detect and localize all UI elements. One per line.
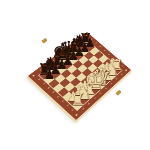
rank-label: 4: [107, 53, 111, 56]
file-label: b: [74, 42, 78, 45]
rank-label: 5: [103, 49, 107, 52]
corner-ornament: [126, 70, 127, 71]
product-photo-scene: aa88bb77cc66dd55ee44ff33gg22hh11 ♜♞♝♛♚♝♞…: [0, 0, 150, 150]
corner-ornament: [33, 75, 35, 76]
rank-label: 5: [51, 91, 55, 95]
rank-label: 7: [94, 42, 98, 45]
file-label: h: [81, 107, 85, 111]
file-label: c: [68, 46, 72, 49]
chess-board: aa88bb77cc66dd55ee44ff33gg22hh11: [28, 32, 131, 120]
file-label: d: [104, 87, 108, 90]
corner-ornament: [86, 35, 87, 36]
board-coordinates: aa88bb77cc66dd55ee44ff33gg22hh11: [28, 32, 131, 120]
file-label: a: [119, 73, 123, 76]
brass-clasp: [41, 38, 47, 44]
rank-label: 6: [98, 45, 102, 48]
rank-label: 8: [89, 38, 93, 41]
rank-label: 3: [111, 57, 115, 60]
file-label: c: [109, 82, 113, 85]
rank-label: 1: [120, 65, 123, 68]
rank-label: 8: [36, 78, 40, 81]
corner-ornament: [76, 114, 78, 115]
rank-label: 2: [65, 104, 69, 108]
file-label: g: [44, 64, 48, 67]
file-label: b: [114, 78, 118, 81]
file-label: e: [98, 92, 102, 95]
rank-label: 6: [46, 87, 50, 90]
rank-label: 7: [41, 82, 45, 85]
rank-label: 4: [55, 95, 59, 99]
file-label: e: [57, 55, 61, 58]
brass-hinge: [116, 90, 122, 96]
file-label: h: [38, 69, 42, 72]
rank-label: 1: [70, 109, 74, 113]
rank-label: 2: [116, 61, 119, 64]
rank-label: 3: [60, 100, 64, 104]
file-label: f: [92, 97, 96, 100]
file-label: g: [87, 102, 91, 106]
file-label: d: [62, 51, 66, 54]
file-label: a: [79, 38, 83, 41]
file-label: f: [51, 60, 55, 63]
